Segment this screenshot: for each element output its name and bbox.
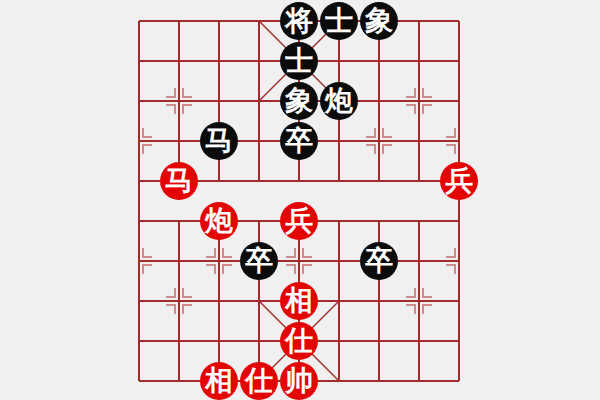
piece-black-horse[interactable]: 马 <box>200 122 238 160</box>
piece-black-advisor[interactable]: 士 <box>280 42 318 80</box>
piece-black-soldier[interactable]: 卒 <box>280 122 318 160</box>
xiangqi-board[interactable]: 将士象士象炮马卒马兵炮兵卒卒相仕相仕帅 <box>0 0 600 400</box>
piece-black-general[interactable]: 将 <box>280 2 318 40</box>
piece-black-elephant[interactable]: 象 <box>360 2 398 40</box>
piece-black-soldier[interactable]: 卒 <box>240 242 278 280</box>
piece-red-horse[interactable]: 马 <box>160 162 198 200</box>
piece-red-elephant[interactable]: 相 <box>200 362 238 400</box>
pieces-layer: 将士象士象炮马卒马兵炮兵卒卒相仕相仕帅 <box>0 0 600 400</box>
piece-red-elephant[interactable]: 相 <box>280 282 318 320</box>
piece-black-soldier[interactable]: 卒 <box>360 242 398 280</box>
piece-red-soldier[interactable]: 兵 <box>440 162 478 200</box>
piece-red-cannon[interactable]: 炮 <box>200 202 238 240</box>
piece-black-advisor[interactable]: 士 <box>320 2 358 40</box>
piece-red-general[interactable]: 帅 <box>280 362 318 400</box>
piece-black-elephant[interactable]: 象 <box>280 82 318 120</box>
piece-red-advisor[interactable]: 仕 <box>280 322 318 360</box>
piece-red-soldier[interactable]: 兵 <box>280 202 318 240</box>
xiangqi-app: { "game": "xiangqi", "position": "4kab2/… <box>0 0 600 400</box>
piece-red-advisor[interactable]: 仕 <box>240 362 278 400</box>
piece-black-cannon[interactable]: 炮 <box>320 82 358 120</box>
